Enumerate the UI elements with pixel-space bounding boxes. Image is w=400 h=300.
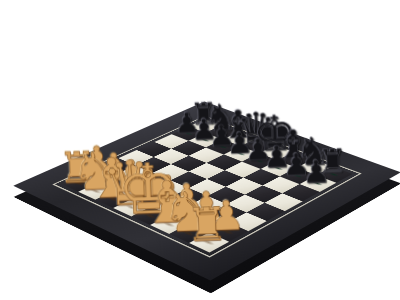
black-pawn-glyph: ♟ — [302, 156, 331, 188]
square-e6 — [225, 162, 261, 178]
square-h1: ♜ — [189, 233, 229, 253]
chessboard: ♜♞♝♛♚♝♞♜♟♟♟♟♟♟♟♟♟♟♟♟♟♟♟♟♜♞♝♛♚♝♞♜ — [13, 102, 400, 281]
page-background: ♜♞♝♛♚♝♞♜♟♟♟♟♟♟♟♟♟♟♟♟♟♟♟♟♜♞♝♛♚♝♞♜ — [0, 0, 400, 300]
white-rook-glyph: ♜ — [185, 201, 228, 249]
chessboard-scene: ♜♞♝♛♚♝♞♜♟♟♟♟♟♟♟♟♟♟♟♟♟♟♟♟♜♞♝♛♚♝♞♜ — [0, 0, 400, 300]
board-frame: ♜♞♝♛♚♝♞♜♟♟♟♟♟♟♟♟♟♟♟♟♟♟♟♟♜♞♝♛♚♝♞♜ — [13, 102, 400, 281]
